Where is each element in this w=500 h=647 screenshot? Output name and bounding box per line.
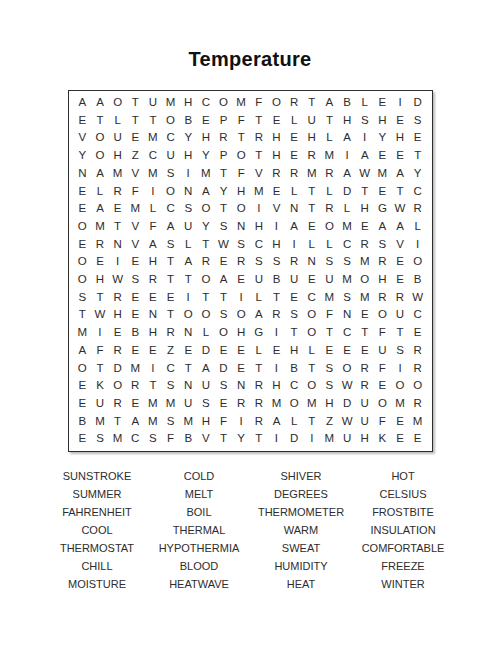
grid-cell: T [162, 271, 180, 289]
word-list-item: THERMOSTAT [46, 539, 148, 557]
grid-cell: O [91, 129, 109, 147]
word-list-item: HYPOTHERMIA [148, 539, 250, 557]
grid-cell: T [162, 253, 180, 271]
word-list-item: COOL [46, 521, 148, 539]
grid-cell: T [215, 200, 233, 218]
grid-cell: L [179, 236, 197, 254]
grid-cell: A [215, 271, 233, 289]
grid-cell: C [162, 129, 180, 147]
grid-cell: R [409, 360, 427, 378]
grid-cell: A [321, 94, 339, 112]
grid-cell: F [374, 324, 392, 342]
word-list-item: HEATWAVE [148, 575, 250, 593]
grid-cell: E [321, 342, 339, 360]
grid-cell: H [179, 94, 197, 112]
grid-cell: H [356, 200, 374, 218]
word-list-item: HOT [352, 467, 454, 485]
word-list-item: CHILL [46, 557, 148, 575]
grid-cell: E [74, 200, 92, 218]
grid-cell: F [321, 306, 339, 324]
grid-cell: M [144, 165, 162, 183]
grid-cell: B [409, 271, 427, 289]
word-list-item: FAHRENHEIT [46, 503, 148, 521]
grid-cell: A [268, 413, 286, 431]
grid-cell: R [250, 395, 268, 413]
grid-cell: M [338, 271, 356, 289]
grid-cell: C [338, 236, 356, 254]
grid-cell: R [126, 377, 144, 395]
grid-cell: T [126, 94, 144, 112]
word-search-grid: AAOTUMHCOMFORTABLEIDETLTTOBEPFTELUTHSHES… [68, 90, 433, 452]
grid-cell: M [162, 395, 180, 413]
word-list-item: SUMMER [46, 485, 148, 503]
grid-cell: R [409, 200, 427, 218]
grid-cell: M [374, 165, 392, 183]
grid-cell: T [285, 324, 303, 342]
grid-cell: R [356, 360, 374, 378]
grid-cell: S [232, 236, 250, 254]
grid-cell: O [162, 183, 180, 201]
grid-cell: R [321, 200, 339, 218]
grid-cell: I [268, 324, 286, 342]
grid-cell: C [162, 200, 180, 218]
grid-cell: R [321, 165, 339, 183]
grid-cell: H [179, 147, 197, 165]
page-title: Temperature [0, 0, 500, 71]
grid-cell: Y [197, 147, 215, 165]
grid-cell: T [91, 289, 109, 307]
grid-cell: E [356, 218, 374, 236]
grid-cell: O [162, 112, 180, 130]
grid-cell: N [232, 377, 250, 395]
grid-cell: E [126, 289, 144, 307]
grid-cell: T [321, 324, 339, 342]
grid-cell: S [321, 360, 339, 378]
grid-cell: R [268, 165, 286, 183]
grid-cell: S [356, 112, 374, 130]
grid-cell: E [409, 430, 427, 448]
grid-cell: T [109, 413, 127, 431]
grid-cell: E [126, 395, 144, 413]
grid-cell: B [338, 94, 356, 112]
grid-cell: I [356, 129, 374, 147]
grid-cell: I [268, 218, 286, 236]
grid-cell: O [197, 306, 215, 324]
grid-cell: L [303, 342, 321, 360]
grid-cell: O [109, 377, 127, 395]
grid-cell: L [250, 289, 268, 307]
grid-cell: R [215, 129, 233, 147]
grid-cell: O [232, 200, 250, 218]
grid-cell: T [391, 324, 409, 342]
grid-cell: M [356, 289, 374, 307]
grid-cell: N [338, 306, 356, 324]
grid-cell: M [179, 413, 197, 431]
grid-cell: K [374, 430, 392, 448]
grid-cell: D [338, 395, 356, 413]
grid-cell: E [374, 94, 392, 112]
grid-cell: N [109, 236, 127, 254]
grid-cell: V [250, 165, 268, 183]
grid-cell: M [74, 324, 92, 342]
grid-cell: L [91, 183, 109, 201]
grid-cell: T [250, 360, 268, 378]
grid-cell: R [232, 395, 250, 413]
grid-cell: T [126, 112, 144, 130]
grid-cell: M [197, 165, 215, 183]
grid-cell: T [197, 236, 215, 254]
grid-cell: F [374, 360, 392, 378]
grid-cell: W [338, 377, 356, 395]
grid-cell: Y [374, 129, 392, 147]
grid-cell: R [409, 342, 427, 360]
grid-cell: S [162, 413, 180, 431]
grid-cell: A [179, 253, 197, 271]
grid-cell: R [285, 94, 303, 112]
grid-cell: B [268, 271, 286, 289]
grid-cell: O [303, 324, 321, 342]
grid-cell: K [91, 377, 109, 395]
grid-cell: R [250, 129, 268, 147]
grid-cell: O [303, 306, 321, 324]
grid-cell: E [338, 342, 356, 360]
grid-cell: E [409, 129, 427, 147]
grid-cell: S [374, 236, 392, 254]
grid-cell: E [285, 289, 303, 307]
grid-cell: O [303, 377, 321, 395]
grid-cell: L [285, 112, 303, 130]
word-list-item: COMFORTABLE [352, 539, 454, 557]
grid-cell: O [74, 253, 92, 271]
grid-cell: F [126, 183, 144, 201]
grid-cell: R [250, 377, 268, 395]
grid-cell: U [179, 395, 197, 413]
grid-cell: C [144, 147, 162, 165]
grid-cell: T [321, 112, 339, 130]
grid-cell: E [268, 112, 286, 130]
grid-cell: I [303, 430, 321, 448]
grid-cell: C [409, 183, 427, 201]
grid-cell: P [215, 112, 233, 130]
word-list-item: THERMAL [148, 521, 250, 539]
grid-cell: R [91, 236, 109, 254]
grid-cell: E [197, 112, 215, 130]
grid-cell: C [303, 289, 321, 307]
grid-cell: R [197, 253, 215, 271]
grid-cell: Y [179, 129, 197, 147]
grid-cell: U [285, 271, 303, 289]
grid-cell: S [91, 430, 109, 448]
grid-cell: M [91, 413, 109, 431]
grid-cell: D [285, 430, 303, 448]
grid-cell: E [303, 271, 321, 289]
grid-cell: T [356, 324, 374, 342]
grid-cell: E [391, 430, 409, 448]
grid-cell: S [215, 306, 233, 324]
grid-cell: O [285, 395, 303, 413]
grid-cell: S [338, 289, 356, 307]
grid-cell: R [109, 342, 127, 360]
grid-cell: C [409, 306, 427, 324]
grid-cell: N [179, 183, 197, 201]
grid-cell: I [232, 413, 250, 431]
grid-cell: G [374, 200, 392, 218]
grid-cell: E [215, 395, 233, 413]
grid-cell: Y [215, 183, 233, 201]
grid-cell: H [268, 147, 286, 165]
grid-cell: T [197, 289, 215, 307]
grid-cell: C [285, 377, 303, 395]
grid-cell: Y [197, 218, 215, 236]
grid-cell: O [391, 377, 409, 395]
grid-cell: E [74, 183, 92, 201]
grid-cell: H [109, 147, 127, 165]
grid-cell: L [197, 324, 215, 342]
grid-cell: H [391, 129, 409, 147]
grid-cell: O [338, 360, 356, 378]
word-list-item: BLOOD [148, 557, 250, 575]
grid-cell: R [162, 324, 180, 342]
grid-cell: E [126, 253, 144, 271]
grid-cell: B [179, 430, 197, 448]
grid-cell: R [374, 289, 392, 307]
grid-cell: O [374, 395, 392, 413]
grid-cell: M [321, 147, 339, 165]
grid-cell: E [74, 112, 92, 130]
grid-cell: D [109, 360, 127, 378]
grid-cell: A [74, 94, 92, 112]
grid-cell: S [215, 218, 233, 236]
grid-cell: R [356, 377, 374, 395]
grid-cell: N [179, 324, 197, 342]
grid-cell: H [374, 112, 392, 130]
grid-cell: R [109, 289, 127, 307]
grid-cell: H [356, 430, 374, 448]
grid-cell: T [91, 112, 109, 130]
grid-cell: Z [321, 413, 339, 431]
grid-cell: E [126, 306, 144, 324]
grid-cell: E [179, 342, 197, 360]
grid-cell: S [321, 253, 339, 271]
grid-cell: E [268, 183, 286, 201]
grid-cell: L [303, 236, 321, 254]
grid-cell: T [250, 430, 268, 448]
grid-cell: O [197, 271, 215, 289]
grid-cell: O [109, 94, 127, 112]
grid-cell: T [303, 94, 321, 112]
grid-cell: A [374, 218, 392, 236]
grid-cell: I [391, 94, 409, 112]
grid-cell: E [74, 377, 92, 395]
grid-cell: S [391, 342, 409, 360]
grid-cell: S [250, 253, 268, 271]
grid-cell: L [285, 183, 303, 201]
grid-cell: H [232, 183, 250, 201]
grid-cell: V [391, 236, 409, 254]
grid-cell: O [215, 94, 233, 112]
grid-cell: D [215, 360, 233, 378]
grid-cell: E [285, 147, 303, 165]
grid-cell: A [197, 183, 215, 201]
grid-cell: E [285, 129, 303, 147]
grid-cell: U [303, 112, 321, 130]
grid-cell: A [126, 413, 144, 431]
grid-cell: W [356, 165, 374, 183]
grid-cell: L [250, 342, 268, 360]
grid-cell: U [144, 94, 162, 112]
grid-cell: O [409, 377, 427, 395]
grid-cell: E [232, 342, 250, 360]
grid-cell: H [374, 271, 392, 289]
grid-cell: T [356, 183, 374, 201]
grid-cell: E [74, 236, 92, 254]
grid-cell: T [268, 289, 286, 307]
grid-cell: E [391, 112, 409, 130]
grid-cell: T [215, 430, 233, 448]
grid-cell: I [285, 236, 303, 254]
word-list-item: MELT [148, 485, 250, 503]
grid-cell: U [91, 395, 109, 413]
grid-cell: E [162, 289, 180, 307]
grid-cell: E [109, 324, 127, 342]
word-search-grid-container: AAOTUMHCOMFORTABLEIDETLTTOBEPFTELUTHSHES… [68, 90, 433, 452]
grid-cell: M [109, 165, 127, 183]
grid-cell: E [374, 377, 392, 395]
grid-cell: F [144, 218, 162, 236]
grid-cell: T [250, 112, 268, 130]
grid-cell: D [409, 94, 427, 112]
grid-cell: A [250, 306, 268, 324]
grid-cell: S [74, 289, 92, 307]
word-list-item: HEAT [250, 575, 352, 593]
grid-cell: P [215, 147, 233, 165]
grid-cell: R [374, 253, 392, 271]
grid-cell: V [74, 129, 92, 147]
grid-cell: S [126, 271, 144, 289]
word-list-item: WARM [250, 521, 352, 539]
grid-cell: T [109, 218, 127, 236]
grid-cell: M [321, 289, 339, 307]
grid-cell: O [356, 271, 374, 289]
grid-cell: O [74, 271, 92, 289]
grid-cell: E [126, 129, 144, 147]
grid-cell: R [303, 147, 321, 165]
grid-cell: H [321, 395, 339, 413]
grid-cell: U [321, 271, 339, 289]
grid-cell: U [356, 413, 374, 431]
word-list-item: FROSTBITE [352, 503, 454, 521]
grid-cell: M [144, 129, 162, 147]
grid-cell: T [144, 377, 162, 395]
grid-cell: B [126, 324, 144, 342]
grid-cell: H [268, 377, 286, 395]
grid-cell: E [374, 147, 392, 165]
grid-cell: E [374, 183, 392, 201]
grid-cell: V [126, 236, 144, 254]
grid-cell: S [162, 236, 180, 254]
grid-cell: S [162, 165, 180, 183]
grid-cell: M [162, 94, 180, 112]
grid-cell: A [338, 129, 356, 147]
grid-cell: Z [126, 147, 144, 165]
grid-cell: U [356, 395, 374, 413]
grid-cell: N [144, 306, 162, 324]
grid-cell: E [303, 218, 321, 236]
word-list-item: INSULATION [352, 521, 454, 539]
grid-cell: E [126, 342, 144, 360]
grid-cell: C [126, 430, 144, 448]
grid-cell: E [215, 342, 233, 360]
grid-cell: W [109, 271, 127, 289]
grid-cell: U [391, 306, 409, 324]
grid-cell: M [338, 218, 356, 236]
grid-cell: F [91, 342, 109, 360]
grid-cell: N [285, 200, 303, 218]
grid-cell: O [91, 147, 109, 165]
grid-cell: C [162, 360, 180, 378]
grid-cell: M [126, 360, 144, 378]
grid-cell: R [409, 395, 427, 413]
grid-cell: T [179, 271, 197, 289]
grid-cell: F [250, 94, 268, 112]
grid-cell: M [321, 430, 339, 448]
grid-cell: O [232, 306, 250, 324]
grid-cell: F [374, 413, 392, 431]
word-list-item: SHIVER [250, 467, 352, 485]
grid-cell: E [391, 147, 409, 165]
grid-cell: F [162, 430, 180, 448]
word-list-item: MOISTURE [46, 575, 148, 593]
grid-cell: Y [74, 147, 92, 165]
grid-cell: W [91, 306, 109, 324]
grid-cell: E [144, 289, 162, 307]
grid-cell: B [285, 360, 303, 378]
grid-cell: T [215, 165, 233, 183]
grid-cell: L [285, 413, 303, 431]
grid-cell: O [74, 218, 92, 236]
grid-cell: I [250, 200, 268, 218]
grid-cell: M [109, 430, 127, 448]
grid-cell: V [268, 200, 286, 218]
grid-cell: R [250, 413, 268, 431]
grid-cell: L [356, 94, 374, 112]
grid-cell: I [268, 360, 286, 378]
grid-cell: M [144, 395, 162, 413]
grid-cell: T [391, 183, 409, 201]
grid-cell: M [250, 183, 268, 201]
grid-cell: F [232, 165, 250, 183]
word-list-item: WINTER [352, 575, 454, 593]
grid-cell: H [109, 306, 127, 324]
grid-cell: E [232, 271, 250, 289]
grid-cell: S [338, 253, 356, 271]
grid-cell: U [162, 147, 180, 165]
grid-cell: O [268, 94, 286, 112]
grid-cell: M [126, 200, 144, 218]
grid-cell: L [321, 183, 339, 201]
grid-cell: L [321, 129, 339, 147]
grid-cell: W [215, 236, 233, 254]
grid-cell: S [197, 395, 215, 413]
grid-cell: A [144, 236, 162, 254]
grid-cell: H [232, 324, 250, 342]
grid-cell: N [179, 377, 197, 395]
word-list-item: SWEAT [250, 539, 352, 557]
grid-cell: L [338, 200, 356, 218]
grid-cell: M [232, 94, 250, 112]
grid-cell: E [232, 360, 250, 378]
word-list-item: COLD [148, 467, 250, 485]
